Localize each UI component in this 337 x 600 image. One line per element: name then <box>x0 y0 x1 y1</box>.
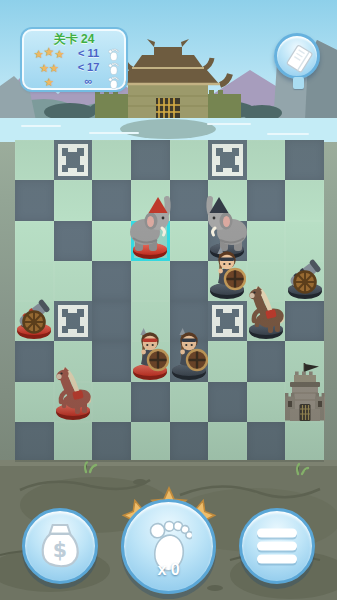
guide-book-button[interactable] <box>274 33 320 79</box>
square-r7c3[interactable] <box>131 422 170 462</box>
soldier-piece-art <box>131 328 169 375</box>
square-r3c2[interactable] <box>92 261 131 301</box>
red-cannon[interactable] <box>13 288 55 340</box>
square-r2c6[interactable] <box>247 221 286 261</box>
steps-counter: x 0 <box>124 561 213 579</box>
level-title: 关卡 24 <box>28 33 120 46</box>
cannon-piece-art <box>13 290 55 334</box>
black-fortress[interactable] <box>282 361 328 421</box>
square-r4c2[interactable] <box>92 301 131 341</box>
square-r2c2[interactable] <box>92 221 131 261</box>
temple-reflection <box>120 119 216 139</box>
star-count-2: ★★ <box>28 62 70 73</box>
square-r6c3[interactable] <box>131 382 170 422</box>
requirement-value: < 17 <box>70 61 107 73</box>
square-r1c4[interactable] <box>170 180 209 220</box>
square-r7c4[interactable] <box>170 422 209 462</box>
square-r0c5[interactable] <box>208 140 247 180</box>
menu-button[interactable] <box>239 508 315 584</box>
square-r0c4[interactable] <box>170 140 209 180</box>
elephant-piece-art <box>127 190 173 254</box>
requirement-value: ∞ <box>70 75 107 87</box>
footprint-icon-art <box>107 48 120 61</box>
hamburger-icon <box>257 525 297 568</box>
square-r0c7[interactable] <box>285 140 324 180</box>
star-requirement-row: ★★★< 11 <box>28 46 120 60</box>
star-count-3: ★★★ <box>28 48 70 59</box>
square-r2c0[interactable] <box>15 221 54 261</box>
square-r1c0[interactable] <box>15 180 54 220</box>
black-soldier[interactable] <box>208 245 246 300</box>
square-r5c5[interactable] <box>208 341 247 381</box>
square-r1c7[interactable] <box>285 180 324 220</box>
square-r2c1[interactable] <box>54 221 93 261</box>
square-r7c1[interactable] <box>54 422 93 462</box>
square-r1c1[interactable] <box>54 180 93 220</box>
square-r3c3[interactable] <box>131 261 170 301</box>
game-screen: 关卡 24 ★★★< 11 ★★< 17 ★∞ <box>0 0 337 600</box>
footprint-icon-art <box>107 62 120 75</box>
square-r7c6[interactable] <box>247 422 286 462</box>
square-r0c3[interactable] <box>131 140 170 180</box>
red-elephant-selected[interactable] <box>127 188 173 260</box>
square-r2c4[interactable] <box>170 221 209 261</box>
requirement-value: < 11 <box>70 47 107 59</box>
footprint-icon <box>107 47 120 60</box>
square-r0c6[interactable] <box>247 140 286 180</box>
footprint-icon <box>107 61 120 74</box>
star-requirement-row: ★★< 17 <box>28 60 120 74</box>
footprint-icon <box>107 75 120 88</box>
black-soldier[interactable] <box>170 326 208 381</box>
fortress-piece-art <box>282 363 328 421</box>
black-cannon[interactable] <box>284 248 326 300</box>
footprint-icon-art <box>107 76 120 89</box>
square-r5c2[interactable] <box>92 341 131 381</box>
square-r1c2[interactable] <box>92 180 131 220</box>
square-r0c0[interactable] <box>15 140 54 180</box>
soldier-piece-art <box>208 247 246 294</box>
star-count-1: ★ <box>28 76 70 87</box>
steps-button[interactable]: x 0 <box>121 499 216 594</box>
square-r4c1[interactable] <box>54 301 93 341</box>
square-r7c0[interactable] <box>15 422 54 462</box>
square-r1c6[interactable] <box>247 180 286 220</box>
square-r3c1[interactable] <box>54 261 93 301</box>
square-r7c5[interactable] <box>208 422 247 462</box>
square-r7c2[interactable] <box>92 422 131 462</box>
black-horse[interactable] <box>246 280 286 340</box>
star-requirement-rows: ★★★< 11 ★★< 17 ★∞ <box>28 46 120 88</box>
red-horse[interactable] <box>53 361 93 421</box>
square-r5c6[interactable] <box>247 341 286 381</box>
square-r5c0[interactable] <box>15 341 54 381</box>
square-r6c0[interactable] <box>15 382 54 422</box>
soldier-piece-art <box>170 328 208 375</box>
square-r0c1[interactable] <box>54 140 93 180</box>
svg-text:$: $ <box>53 538 67 562</box>
horse-piece-art <box>53 363 93 415</box>
book-button-tab <box>293 77 304 89</box>
level-info-panel: 关卡 24 ★★★< 11 ★★< 17 ★∞ <box>22 29 126 90</box>
coins-button[interactable]: $ <box>22 508 98 584</box>
square-r4c5[interactable] <box>208 301 247 341</box>
red-soldier[interactable] <box>131 326 169 381</box>
cannon-piece-art <box>284 250 326 294</box>
square-r7c7[interactable] <box>285 422 324 462</box>
book-icon <box>284 43 316 75</box>
square-r6c5[interactable] <box>208 382 247 422</box>
money-bag-icon: $ <box>38 520 82 568</box>
square-r6c4[interactable] <box>170 382 209 422</box>
square-r0c2[interactable] <box>92 140 131 180</box>
square-r6c2[interactable] <box>92 382 131 422</box>
star-requirement-row: ★∞ <box>28 74 120 88</box>
square-r6c6[interactable] <box>247 382 286 422</box>
square-r3c4[interactable] <box>170 261 209 301</box>
horse-piece-art <box>246 282 286 334</box>
square-r4c7[interactable] <box>285 301 324 341</box>
